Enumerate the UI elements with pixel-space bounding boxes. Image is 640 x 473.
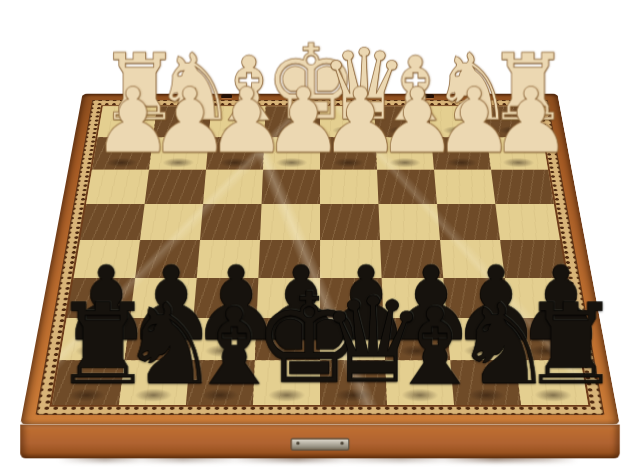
black-queen[interactable]: ♛ [320, 282, 387, 400]
square-e8[interactable]: ♚ [253, 360, 320, 405]
perspective-wrapper: ♜♞♝♚♛♝♞♜♟♟♟♟♟♟♟♟♟♟♟♟♟♟♟♟♜♞♝♚♛♝♞♜ [0, 0, 640, 473]
black-king[interactable]: ♚ [253, 276, 320, 401]
black-rook[interactable]: ♜ [53, 289, 120, 400]
black-rook[interactable]: ♜ [521, 289, 588, 400]
square-h8[interactable]: ♜ [52, 360, 125, 405]
hinge-icon [221, 94, 232, 98]
black-bishop[interactable]: ♝ [387, 294, 454, 401]
hinge-icon [423, 94, 434, 98]
chess-set-photo: ♜♞♝♚♛♝♞♜♟♟♟♟♟♟♟♟♟♟♟♟♟♟♟♟♜♞♝♚♛♝♞♜ [0, 0, 640, 473]
square-c8[interactable]: ♝ [385, 360, 454, 405]
square-a8[interactable]: ♜ [515, 360, 588, 405]
clasp-latch-icon [291, 438, 350, 450]
board-3d: ♜♞♝♚♛♝♞♜♟♟♟♟♟♟♟♟♟♟♟♟♟♟♟♟♜♞♝♚♛♝♞♜ [20, 94, 620, 425]
square-f8[interactable]: ♝ [186, 360, 255, 405]
screw-icon [340, 442, 343, 445]
square-b8[interactable]: ♞ [450, 360, 521, 405]
black-knight[interactable]: ♞ [119, 289, 186, 400]
box-front-face [20, 425, 620, 459]
square-d8[interactable]: ♛ [320, 360, 387, 405]
black-bishop[interactable]: ♝ [186, 294, 253, 401]
screw-icon [296, 442, 299, 445]
square-g8[interactable]: ♞ [119, 360, 190, 405]
black-knight[interactable]: ♞ [454, 289, 521, 400]
